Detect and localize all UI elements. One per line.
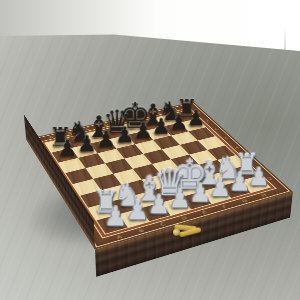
white-pawn-glyph: ♟ <box>103 205 127 230</box>
white-pawn-glyph: ♟ <box>147 194 170 218</box>
black-pawn-glyph: ♟ <box>115 125 135 146</box>
black-pawn-glyph: ♟ <box>57 138 77 160</box>
scene: AABBCCDDEEFFGGHH1122334455667788 ♜♞♝♛♚♝♞… <box>0 0 300 300</box>
white-pawn-glyph: ♟ <box>125 199 148 224</box>
black-pawn-glyph: ♟ <box>96 129 116 150</box>
black-pawn-glyph: ♟ <box>76 134 96 155</box>
black-pawn-glyph: ♟ <box>169 113 188 133</box>
chess-board: AABBCCDDEEFFGGHH1122334455667788 ♜♞♝♛♚♝♞… <box>26 102 293 250</box>
white-pawn-glyph: ♟ <box>189 182 212 206</box>
white-pawn-glyph: ♟ <box>168 188 191 212</box>
white-pawn-glyph: ♟ <box>209 177 231 201</box>
black-pawn-glyph: ♟ <box>151 117 170 138</box>
black-pawn-glyph: ♟ <box>133 121 153 142</box>
chess-set-photo: AABBCCDDEEFFGGHH1122334455667788 ♜♞♝♛♚♝♞… <box>0 0 300 300</box>
piece-white-pawn-a1[interactable]: ♟ <box>95 214 126 233</box>
